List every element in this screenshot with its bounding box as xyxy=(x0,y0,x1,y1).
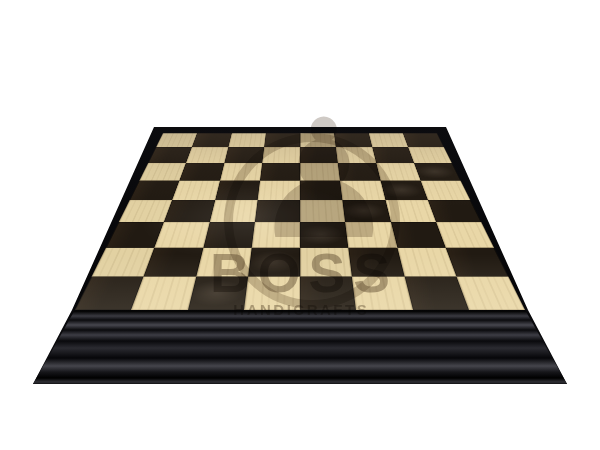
square-f1 xyxy=(352,276,412,310)
square-f3 xyxy=(345,222,397,247)
square-d8 xyxy=(264,133,300,147)
square-c5 xyxy=(215,180,260,200)
square-c2 xyxy=(196,247,252,276)
square-b5 xyxy=(172,180,219,200)
square-c3 xyxy=(203,222,255,247)
square-b6 xyxy=(180,163,224,180)
square-b4 xyxy=(164,200,215,222)
square-f4 xyxy=(343,200,391,222)
square-b3 xyxy=(155,222,210,247)
square-a7 xyxy=(148,147,192,163)
square-a4 xyxy=(119,200,173,222)
square-e1 xyxy=(300,276,356,310)
square-h6 xyxy=(414,163,461,180)
square-d6 xyxy=(260,163,300,180)
square-g7 xyxy=(372,147,414,163)
square-e3 xyxy=(300,222,348,247)
square-f7 xyxy=(336,147,376,163)
square-e2 xyxy=(300,247,352,276)
square-c7 xyxy=(224,147,264,163)
product-photo-scene: ♟ BOSS HANDICRAFTS xyxy=(0,0,600,450)
square-e8 xyxy=(300,133,336,147)
square-d1 xyxy=(244,276,300,310)
square-e5 xyxy=(300,180,343,200)
square-c1 xyxy=(188,276,248,310)
square-g6 xyxy=(376,163,420,180)
square-a8 xyxy=(156,133,197,147)
board-front-molding xyxy=(0,308,600,385)
square-e4 xyxy=(300,200,345,222)
square-d2 xyxy=(248,247,300,276)
square-b7 xyxy=(186,147,228,163)
square-b1 xyxy=(131,276,196,310)
square-d4 xyxy=(255,200,300,222)
square-e6 xyxy=(300,163,340,180)
square-f6 xyxy=(338,163,380,180)
square-d7 xyxy=(262,147,300,163)
square-e7 xyxy=(300,147,338,163)
square-c6 xyxy=(220,163,262,180)
square-d5 xyxy=(257,180,300,200)
square-d3 xyxy=(252,222,300,247)
square-c8 xyxy=(228,133,266,147)
square-c4 xyxy=(209,200,257,222)
square-f8 xyxy=(334,133,372,147)
square-h7 xyxy=(408,147,452,163)
square-a6 xyxy=(139,163,186,180)
square-f5 xyxy=(340,180,385,200)
square-g8 xyxy=(368,133,408,147)
square-b8 xyxy=(192,133,232,147)
square-h8 xyxy=(403,133,444,147)
square-f2 xyxy=(348,247,404,276)
